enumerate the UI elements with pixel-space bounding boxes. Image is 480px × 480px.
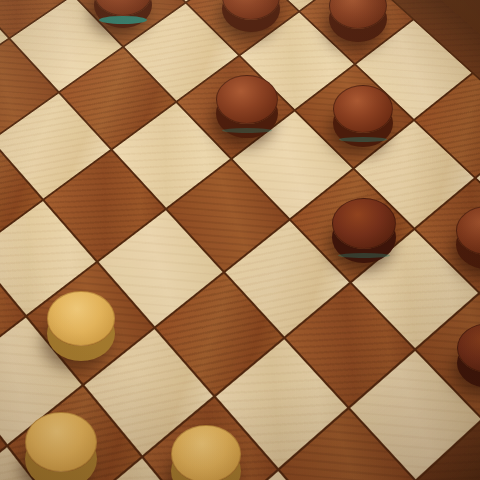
checker-piece-dark[interactable] xyxy=(329,0,387,29)
checker-piece-dark[interactable] xyxy=(332,198,396,249)
felt-base-ring xyxy=(338,253,390,258)
checker-piece-dark[interactable] xyxy=(333,85,393,133)
checker-piece-dark[interactable] xyxy=(457,323,480,373)
checker-piece-dark[interactable] xyxy=(222,0,280,20)
pieces-layer xyxy=(0,0,480,480)
checker-piece-light[interactable] xyxy=(47,291,115,346)
board-photo xyxy=(0,0,480,480)
checker-piece-dark[interactable] xyxy=(456,206,480,255)
checker-piece-light[interactable] xyxy=(171,425,241,480)
felt-base-ring xyxy=(339,137,388,142)
checker-piece-dark[interactable] xyxy=(94,0,152,16)
checker-piece-dark[interactable] xyxy=(216,75,278,124)
checker-piece-light[interactable] xyxy=(25,412,97,472)
felt-base-ring xyxy=(99,16,146,24)
felt-base-ring xyxy=(222,128,272,133)
